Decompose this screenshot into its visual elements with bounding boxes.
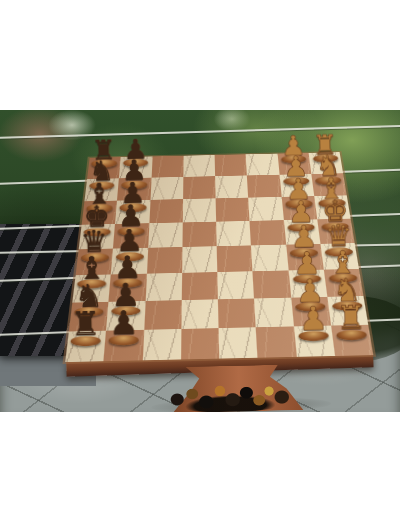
photo-area: ♜♟♟♜♞♟♟♞♝♟♟♝♚♟♟♚♛♟♟♛♝♟♟♝♞♟♟♞♜♟♟♜ (0, 110, 400, 412)
square-c5 (181, 272, 217, 300)
square-c1 (324, 269, 364, 297)
board (65, 152, 373, 362)
square-d3 (251, 245, 288, 272)
square-g7 (117, 178, 151, 201)
square-c7 (109, 274, 147, 302)
square-e8 (79, 224, 116, 249)
square-e7 (113, 223, 149, 248)
square-g6 (150, 177, 183, 200)
square-c2 (288, 270, 327, 298)
square-e1 (317, 219, 355, 244)
square-h7 (119, 156, 152, 178)
square-h8 (87, 157, 121, 179)
square-b2 (291, 297, 331, 327)
square-c6 (145, 273, 182, 301)
square-a5 (181, 328, 220, 359)
square-h1 (308, 152, 343, 174)
square-h6 (151, 156, 183, 178)
square-a7 (104, 330, 144, 361)
chess-table: ♜♟♟♜♞♟♟♞♝♟♟♝♚♟♟♚♛♟♟♛♝♟♟♝♞♟♟♞♜♟♟♜ (0, 110, 400, 412)
square-d5 (182, 246, 217, 273)
square-b3 (254, 298, 293, 328)
square-g4 (215, 175, 248, 198)
square-e5 (182, 222, 216, 247)
square-b8 (69, 302, 109, 332)
square-c4 (217, 271, 254, 299)
square-b7 (106, 301, 145, 331)
square-b1 (327, 296, 368, 326)
square-f6 (149, 199, 183, 223)
square-a1 (331, 325, 373, 356)
square-f3 (248, 197, 283, 221)
square-a4 (219, 327, 258, 358)
square-d4 (217, 245, 253, 272)
square-g2 (279, 174, 314, 197)
square-e4 (216, 221, 251, 246)
screenshot-canvas: ♜♟♟♜♞♟♟♞♝♟♟♝♚♟♟♚♛♟♟♛♝♟♟♝♞♟♟♞♜♟♟♜ (0, 0, 400, 520)
square-d8 (76, 249, 114, 276)
square-h4 (215, 154, 247, 176)
square-a8 (65, 331, 106, 362)
square-e3 (250, 220, 286, 245)
square-b6 (144, 300, 182, 330)
square-h2 (277, 153, 311, 175)
square-f5 (183, 198, 217, 222)
square-f2 (281, 196, 317, 220)
square-d6 (146, 247, 182, 274)
carved-pedestal-base (167, 380, 294, 412)
square-f1 (314, 195, 351, 219)
square-d2 (286, 244, 324, 271)
square-g5 (183, 176, 216, 199)
square-a6 (142, 329, 181, 360)
square-c3 (253, 270, 291, 298)
square-g8 (84, 178, 119, 201)
square-g3 (247, 175, 281, 198)
square-d7 (111, 248, 148, 275)
square-e2 (283, 219, 320, 244)
square-d1 (320, 243, 359, 270)
square-f7 (115, 200, 150, 224)
square-g1 (311, 173, 347, 196)
square-c8 (72, 274, 111, 302)
square-f4 (216, 198, 250, 222)
square-a2 (293, 326, 334, 357)
square-h3 (246, 154, 279, 176)
square-a3 (256, 326, 296, 357)
square-e6 (148, 222, 183, 247)
square-b5 (181, 299, 218, 329)
square-b4 (218, 298, 256, 328)
square-h5 (183, 155, 215, 177)
square-f8 (82, 201, 118, 225)
